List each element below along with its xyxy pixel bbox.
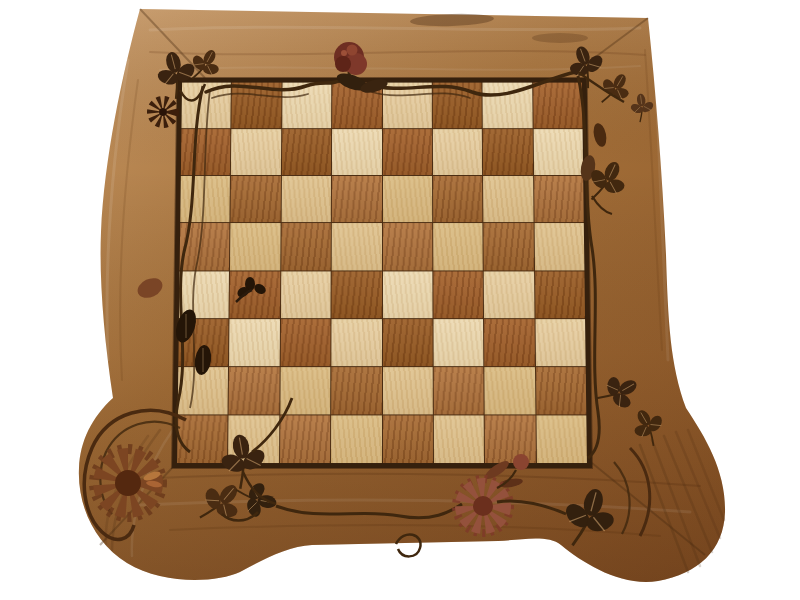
square-f7[interactable] <box>433 129 483 175</box>
square-b3[interactable] <box>229 319 279 366</box>
square-h5[interactable] <box>534 223 584 270</box>
square-e6[interactable] <box>382 176 432 222</box>
square-d8[interactable] <box>332 83 381 129</box>
square-f5[interactable] <box>433 223 483 270</box>
square-c3[interactable] <box>280 319 330 366</box>
square-g6[interactable] <box>483 176 533 222</box>
square-a2[interactable] <box>178 367 229 414</box>
square-g3[interactable] <box>484 319 534 366</box>
square-d7[interactable] <box>332 129 381 175</box>
square-e4[interactable] <box>382 271 432 318</box>
square-a1[interactable] <box>177 415 228 463</box>
square-h1[interactable] <box>536 415 587 463</box>
square-f3[interactable] <box>433 319 483 366</box>
square-d3[interactable] <box>331 319 381 366</box>
square-a4[interactable] <box>179 271 229 318</box>
square-h6[interactable] <box>534 176 584 222</box>
photo-background <box>0 0 800 600</box>
square-g4[interactable] <box>484 271 534 318</box>
square-b5[interactable] <box>230 223 280 270</box>
square-e5[interactable] <box>382 223 432 270</box>
square-a3[interactable] <box>178 319 229 366</box>
square-d5[interactable] <box>332 223 382 270</box>
square-a6[interactable] <box>180 176 230 222</box>
square-a7[interactable] <box>181 129 231 175</box>
square-c7[interactable] <box>282 129 332 175</box>
square-b7[interactable] <box>231 129 281 175</box>
chess-board <box>172 78 592 468</box>
square-b8[interactable] <box>232 83 282 129</box>
square-f2[interactable] <box>434 367 484 414</box>
square-g2[interactable] <box>485 367 536 414</box>
square-d6[interactable] <box>332 176 382 222</box>
square-c6[interactable] <box>281 176 331 222</box>
square-h2[interactable] <box>536 367 587 414</box>
square-c5[interactable] <box>281 223 331 270</box>
square-e8[interactable] <box>382 83 431 129</box>
square-d1[interactable] <box>331 415 381 463</box>
square-c8[interactable] <box>282 83 331 129</box>
square-d4[interactable] <box>332 271 382 318</box>
square-f1[interactable] <box>434 415 485 463</box>
square-g5[interactable] <box>484 223 534 270</box>
square-d2[interactable] <box>331 367 381 414</box>
square-c2[interactable] <box>280 367 330 414</box>
square-e1[interactable] <box>382 415 432 463</box>
square-c1[interactable] <box>280 415 331 463</box>
square-f6[interactable] <box>433 176 483 222</box>
square-a8[interactable] <box>181 83 231 129</box>
square-h3[interactable] <box>535 319 586 366</box>
square-g8[interactable] <box>483 83 533 129</box>
square-c4[interactable] <box>281 271 331 318</box>
square-h7[interactable] <box>533 129 583 175</box>
square-h8[interactable] <box>533 83 583 129</box>
square-e7[interactable] <box>382 129 431 175</box>
square-b4[interactable] <box>230 271 280 318</box>
square-b2[interactable] <box>229 367 280 414</box>
square-g7[interactable] <box>483 129 533 175</box>
square-h4[interactable] <box>535 271 585 318</box>
square-a5[interactable] <box>180 223 230 270</box>
square-b6[interactable] <box>231 176 281 222</box>
square-e2[interactable] <box>382 367 432 414</box>
square-e3[interactable] <box>382 319 432 366</box>
square-f4[interactable] <box>433 271 483 318</box>
square-b1[interactable] <box>228 415 279 463</box>
square-g1[interactable] <box>485 415 536 463</box>
square-f8[interactable] <box>433 83 482 129</box>
